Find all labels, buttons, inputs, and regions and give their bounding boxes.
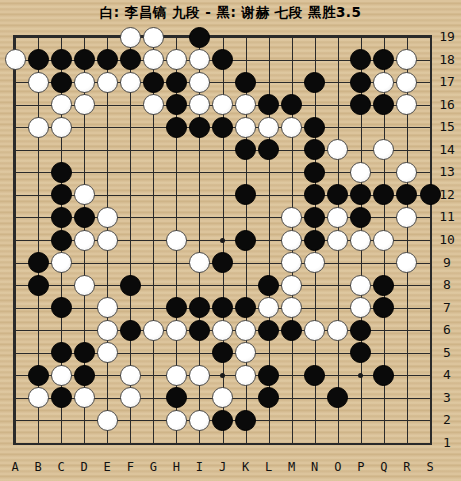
stone-black bbox=[51, 72, 72, 93]
stone-black bbox=[97, 49, 118, 70]
row-label-9: 9 bbox=[434, 255, 460, 270]
stone-white bbox=[97, 342, 118, 363]
stone-white bbox=[97, 72, 118, 93]
stone-black bbox=[304, 230, 325, 251]
stone-white bbox=[51, 117, 72, 138]
grid-line-vertical bbox=[430, 37, 431, 443]
stone-black bbox=[51, 230, 72, 251]
stone-black bbox=[51, 387, 72, 408]
row-label-8: 8 bbox=[434, 277, 460, 292]
stone-black bbox=[51, 297, 72, 318]
column-label-C: C bbox=[51, 460, 72, 474]
stone-black bbox=[51, 162, 72, 183]
stone-white bbox=[281, 230, 302, 251]
row-label-15: 15 bbox=[434, 119, 460, 134]
stone-black bbox=[304, 207, 325, 228]
stone-white bbox=[235, 320, 256, 341]
row-label-3: 3 bbox=[434, 390, 460, 405]
stone-black bbox=[235, 230, 256, 251]
stone-white bbox=[327, 230, 348, 251]
stone-white bbox=[28, 72, 49, 93]
stone-white bbox=[51, 365, 72, 386]
stone-black bbox=[373, 275, 394, 296]
stone-white bbox=[189, 252, 210, 273]
stone-white bbox=[74, 230, 95, 251]
stone-white bbox=[166, 49, 187, 70]
stone-white bbox=[166, 365, 187, 386]
stone-black bbox=[120, 320, 141, 341]
row-label-14: 14 bbox=[434, 142, 460, 157]
column-label-K: K bbox=[235, 460, 256, 474]
star-point bbox=[220, 373, 225, 378]
column-label-R: R bbox=[396, 460, 417, 474]
stone-black bbox=[350, 320, 371, 341]
stone-white bbox=[189, 410, 210, 431]
column-label-J: J bbox=[212, 460, 233, 474]
row-label-11: 11 bbox=[434, 209, 460, 224]
stone-black bbox=[166, 117, 187, 138]
go-board: ABCDEFGHIJKLMNOPQRS191817161514131211109… bbox=[0, 0, 461, 481]
stone-black bbox=[28, 49, 49, 70]
stone-white bbox=[143, 49, 164, 70]
stone-black bbox=[304, 365, 325, 386]
row-label-12: 12 bbox=[434, 187, 460, 202]
stone-white bbox=[304, 320, 325, 341]
column-label-A: A bbox=[5, 460, 26, 474]
grid-line-horizontal bbox=[15, 443, 430, 444]
stone-white bbox=[143, 27, 164, 48]
stone-white bbox=[5, 49, 26, 70]
row-label-18: 18 bbox=[434, 52, 460, 67]
stone-white bbox=[189, 72, 210, 93]
column-label-M: M bbox=[281, 460, 302, 474]
stone-black bbox=[304, 162, 325, 183]
stone-white bbox=[258, 117, 279, 138]
stone-black bbox=[258, 320, 279, 341]
stone-black bbox=[212, 252, 233, 273]
stone-black bbox=[189, 320, 210, 341]
stone-white bbox=[235, 117, 256, 138]
stone-black bbox=[28, 275, 49, 296]
stone-black bbox=[350, 72, 371, 93]
stone-white bbox=[143, 94, 164, 115]
stone-black bbox=[304, 72, 325, 93]
row-label-10: 10 bbox=[434, 232, 460, 247]
stone-white bbox=[28, 117, 49, 138]
row-label-19: 19 bbox=[434, 29, 460, 44]
stone-black bbox=[166, 94, 187, 115]
stone-black bbox=[51, 49, 72, 70]
stone-white bbox=[74, 387, 95, 408]
stone-black bbox=[51, 184, 72, 205]
column-label-N: N bbox=[304, 460, 325, 474]
stone-white bbox=[120, 365, 141, 386]
column-label-B: B bbox=[28, 460, 49, 474]
stone-black bbox=[235, 72, 256, 93]
stone-black bbox=[166, 72, 187, 93]
stone-white bbox=[396, 72, 417, 93]
stone-white bbox=[97, 297, 118, 318]
stone-black bbox=[258, 365, 279, 386]
stone-black bbox=[212, 49, 233, 70]
column-label-S: S bbox=[420, 460, 441, 474]
stone-white bbox=[373, 230, 394, 251]
stone-white bbox=[281, 117, 302, 138]
stone-white bbox=[120, 72, 141, 93]
stone-white bbox=[373, 72, 394, 93]
stone-black bbox=[304, 117, 325, 138]
row-label-7: 7 bbox=[434, 300, 460, 315]
stone-white bbox=[189, 94, 210, 115]
stone-black bbox=[28, 365, 49, 386]
row-label-16: 16 bbox=[434, 97, 460, 112]
stone-black bbox=[74, 49, 95, 70]
stone-black bbox=[235, 410, 256, 431]
stone-white bbox=[51, 94, 72, 115]
stone-black bbox=[143, 72, 164, 93]
stone-white bbox=[97, 320, 118, 341]
stone-black bbox=[51, 207, 72, 228]
stone-white bbox=[74, 94, 95, 115]
stone-white bbox=[166, 230, 187, 251]
stone-white bbox=[74, 184, 95, 205]
column-label-P: P bbox=[350, 460, 371, 474]
stone-white bbox=[28, 387, 49, 408]
stone-white bbox=[143, 320, 164, 341]
stone-white bbox=[97, 410, 118, 431]
stone-white bbox=[51, 252, 72, 273]
row-label-13: 13 bbox=[434, 164, 460, 179]
stone-black bbox=[281, 320, 302, 341]
stone-black bbox=[74, 207, 95, 228]
row-label-6: 6 bbox=[434, 322, 460, 337]
stone-black bbox=[258, 275, 279, 296]
column-label-G: G bbox=[143, 460, 164, 474]
row-label-17: 17 bbox=[434, 74, 460, 89]
stone-white bbox=[281, 275, 302, 296]
stone-white bbox=[350, 230, 371, 251]
stone-black bbox=[28, 252, 49, 273]
stone-white bbox=[97, 207, 118, 228]
stone-white bbox=[166, 410, 187, 431]
stone-black bbox=[189, 117, 210, 138]
stone-black bbox=[166, 297, 187, 318]
stone-white bbox=[166, 320, 187, 341]
column-label-D: D bbox=[74, 460, 95, 474]
stone-white bbox=[212, 320, 233, 341]
stone-white bbox=[120, 27, 141, 48]
row-label-4: 4 bbox=[434, 367, 460, 382]
star-point bbox=[220, 238, 225, 243]
stone-black bbox=[74, 365, 95, 386]
stone-black bbox=[212, 410, 233, 431]
stone-white bbox=[327, 320, 348, 341]
stone-white bbox=[189, 49, 210, 70]
row-label-5: 5 bbox=[434, 345, 460, 360]
column-label-I: I bbox=[189, 460, 210, 474]
stone-black bbox=[74, 342, 95, 363]
row-label-1: 1 bbox=[434, 435, 460, 450]
row-label-2: 2 bbox=[434, 412, 460, 427]
stone-white bbox=[235, 365, 256, 386]
column-label-E: E bbox=[97, 460, 118, 474]
stone-white bbox=[350, 162, 371, 183]
column-label-L: L bbox=[258, 460, 279, 474]
stone-white bbox=[74, 72, 95, 93]
stone-white bbox=[189, 365, 210, 386]
stone-white bbox=[97, 230, 118, 251]
stone-black bbox=[120, 49, 141, 70]
stone-black bbox=[189, 27, 210, 48]
stone-black bbox=[120, 275, 141, 296]
column-label-Q: Q bbox=[373, 460, 394, 474]
stone-white bbox=[74, 275, 95, 296]
stone-white bbox=[350, 275, 371, 296]
stone-black bbox=[212, 117, 233, 138]
column-label-F: F bbox=[120, 460, 141, 474]
column-label-H: H bbox=[166, 460, 187, 474]
stone-white bbox=[281, 207, 302, 228]
stone-black bbox=[189, 297, 210, 318]
column-label-O: O bbox=[327, 460, 348, 474]
stone-black bbox=[51, 342, 72, 363]
